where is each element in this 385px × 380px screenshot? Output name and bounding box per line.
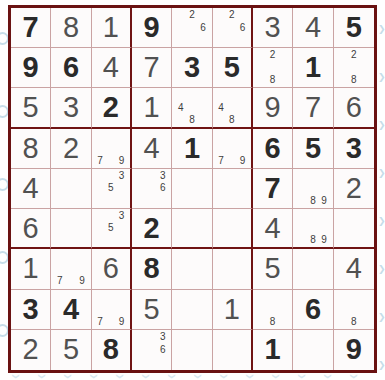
pencil-mark-9: 9 xyxy=(116,315,127,327)
cell-r2c1[interactable]: 9 xyxy=(11,48,51,88)
cell-r2c4[interactable]: 7 xyxy=(132,48,172,88)
cell-r7c4[interactable]: 8 xyxy=(132,249,172,289)
solved-digit: 3 xyxy=(346,134,362,163)
cell-r1c1[interactable]: 7 xyxy=(11,8,51,48)
solved-digit: 1 xyxy=(305,53,321,82)
cell-r6c6[interactable] xyxy=(213,209,253,249)
given-digit: 8 xyxy=(63,13,79,42)
cell-r3c8[interactable]: 7 xyxy=(293,88,333,128)
cell-r6c3[interactable]: 35 xyxy=(92,209,132,249)
solved-digit: 9 xyxy=(144,13,160,42)
given-digit: 2 xyxy=(346,174,362,203)
cell-r8c7[interactable]: 8 xyxy=(253,290,293,330)
solved-digit: 2 xyxy=(144,214,160,243)
cell-r7c2[interactable]: 79 xyxy=(51,249,91,289)
given-digit: 5 xyxy=(144,295,160,324)
pencil-mark-4: 4 xyxy=(175,102,186,114)
cell-r9c6[interactable] xyxy=(213,330,253,370)
cell-r3c5[interactable]: 48 xyxy=(172,88,212,128)
solved-digit: 3 xyxy=(184,53,200,82)
pencil-marks: 8 xyxy=(337,291,371,328)
cell-r5c2[interactable] xyxy=(51,169,91,209)
pencil-marks: 89 xyxy=(296,210,329,246)
pencil-mark-8: 8 xyxy=(226,114,237,126)
background-chevron-decoration: ❯ xyxy=(117,374,124,380)
cell-r9c8[interactable] xyxy=(293,330,333,370)
pencil-mark-2: 2 xyxy=(226,9,237,21)
pencil-marks: 26 xyxy=(216,9,248,46)
given-digit: 6 xyxy=(103,254,119,283)
given-digit: 4 xyxy=(265,214,281,243)
cell-r8c3[interactable]: 79 xyxy=(92,290,132,330)
solved-digit: 5 xyxy=(224,53,240,82)
background-chevron-decoration: ❯ xyxy=(39,374,46,380)
given-digit: 1 xyxy=(23,254,39,283)
given-digit: 8 xyxy=(23,134,39,163)
background-chevron-decoration: ❯ xyxy=(299,374,306,380)
solved-digit: 3 xyxy=(23,295,39,324)
pencil-mark-7: 7 xyxy=(54,275,65,287)
given-digit: 7 xyxy=(144,53,160,82)
cell-r9c9[interactable]: 9 xyxy=(334,330,374,370)
cell-r5c6[interactable] xyxy=(213,169,253,209)
pencil-mark-3: 3 xyxy=(157,331,168,344)
solved-digit: 1 xyxy=(265,335,281,364)
pencil-marks: 89 xyxy=(296,170,329,207)
cell-r6c1[interactable]: 6 xyxy=(11,209,51,249)
pencil-mark-8: 8 xyxy=(267,315,278,327)
pencil-mark-5: 5 xyxy=(105,182,116,194)
given-digit: 4 xyxy=(346,254,362,283)
cell-r4c3[interactable]: 79 xyxy=(92,129,132,169)
sudoku-board: 7819262634596473528128532148489768279417… xyxy=(8,5,377,373)
pencil-mark-8: 8 xyxy=(348,74,359,86)
cell-r3c6[interactable]: 48 xyxy=(213,88,253,128)
background-chevron-decoration: ❯ xyxy=(378,169,385,178)
pencil-mark-3: 3 xyxy=(116,170,127,182)
cell-r5c5[interactable] xyxy=(172,169,212,209)
pencil-mark-8: 8 xyxy=(348,315,359,327)
given-digit: 2 xyxy=(23,335,39,364)
cell-r6c8[interactable]: 89 xyxy=(293,209,333,249)
cell-r6c7[interactable]: 4 xyxy=(253,209,293,249)
cell-r3c9[interactable]: 6 xyxy=(334,88,374,128)
pencil-marks: 48 xyxy=(216,89,248,125)
solved-digit: 4 xyxy=(63,295,79,324)
given-digit: 5 xyxy=(265,254,281,283)
pencil-mark-7: 7 xyxy=(216,154,227,166)
cell-r1c5[interactable]: 26 xyxy=(172,8,212,48)
solved-digit: 6 xyxy=(305,295,321,324)
pencil-mark-7: 7 xyxy=(95,154,106,166)
given-digit: 3 xyxy=(63,93,79,122)
cell-r9c1[interactable]: 2 xyxy=(11,330,51,370)
solved-digit: 5 xyxy=(305,134,321,163)
cell-r4c1[interactable]: 8 xyxy=(11,129,51,169)
cell-r7c9[interactable]: 4 xyxy=(334,249,374,289)
given-digit: 1 xyxy=(103,13,119,42)
cell-r4c7[interactable]: 6 xyxy=(253,129,293,169)
background-chevron-decoration: ❯ xyxy=(143,374,150,380)
pencil-mark-9: 9 xyxy=(237,154,248,166)
cell-r7c1[interactable]: 1 xyxy=(11,249,51,289)
solved-digit: 7 xyxy=(23,13,39,42)
given-digit: 2 xyxy=(63,134,79,163)
cell-r1c8[interactable]: 4 xyxy=(293,8,333,48)
solved-digit: 7 xyxy=(265,174,281,203)
pencil-mark-2: 2 xyxy=(348,49,359,61)
cell-r4c2[interactable]: 2 xyxy=(51,129,91,169)
cell-r5c8[interactable]: 89 xyxy=(293,169,333,209)
pencil-mark-9: 9 xyxy=(116,154,127,166)
background-chevron-decoration: ❯ xyxy=(378,73,385,82)
given-digit: 9 xyxy=(265,93,281,122)
cell-r6c2[interactable] xyxy=(51,209,91,249)
cell-r7c5[interactable] xyxy=(172,249,212,289)
cell-r9c5[interactable] xyxy=(172,330,212,370)
background-chevron-decoration: ❯ xyxy=(221,374,228,380)
pencil-mark-6: 6 xyxy=(237,21,248,33)
pencil-marks: 79 xyxy=(54,250,87,287)
cell-r2c9[interactable]: 28 xyxy=(334,48,374,88)
background-chevron-decoration: ❯ xyxy=(247,374,254,380)
given-digit: 6 xyxy=(346,93,362,122)
cell-r8c6[interactable]: 1 xyxy=(213,290,253,330)
pencil-mark-9: 9 xyxy=(319,234,330,246)
cell-r2c3[interactable]: 4 xyxy=(92,48,132,88)
background-chevron-decoration: ❯ xyxy=(378,361,385,370)
cell-r2c8[interactable]: 1 xyxy=(293,48,333,88)
pencil-marks: 28 xyxy=(256,49,289,86)
cell-r4c9[interactable]: 3 xyxy=(334,129,374,169)
cell-r1c9[interactable]: 5 xyxy=(334,8,374,48)
pencil-marks: 35 xyxy=(95,170,127,207)
cell-r4c8[interactable]: 5 xyxy=(293,129,333,169)
given-digit: 1 xyxy=(144,93,160,122)
given-digit: 5 xyxy=(63,335,79,364)
solved-digit: 9 xyxy=(23,53,39,82)
background-chevron-decoration: ❯ xyxy=(378,313,385,322)
cell-r5c1[interactable]: 4 xyxy=(11,169,51,209)
pencil-marks: 79 xyxy=(216,130,248,167)
background-chevron-decoration: ❯ xyxy=(273,374,280,380)
background-chevron-decoration: ❯ xyxy=(325,374,332,380)
pencil-marks: 36 xyxy=(135,170,168,207)
cell-r5c4[interactable]: 36 xyxy=(132,169,172,209)
pencil-marks: 26 xyxy=(175,9,208,46)
given-digit: 4 xyxy=(103,53,119,82)
cell-r8c9[interactable]: 8 xyxy=(334,290,374,330)
pencil-mark-6: 6 xyxy=(198,21,209,33)
cell-r8c4[interactable]: 5 xyxy=(132,290,172,330)
background-chevron-decoration: ❯ xyxy=(169,374,176,380)
cell-r3c2[interactable]: 3 xyxy=(51,88,91,128)
background-chevron-decoration: ❯ xyxy=(378,265,385,274)
background-chevron-decoration: ❯ xyxy=(378,217,385,226)
pencil-marks: 35 xyxy=(95,210,127,246)
pencil-mark-7: 7 xyxy=(95,315,106,327)
pencil-mark-4: 4 xyxy=(216,102,227,114)
cell-r5c9[interactable]: 2 xyxy=(334,169,374,209)
solved-digit: 1 xyxy=(184,134,200,163)
pencil-mark-3: 3 xyxy=(157,170,168,182)
given-digit: 6 xyxy=(23,214,39,243)
given-digit: 4 xyxy=(144,134,160,163)
pencil-mark-6: 6 xyxy=(157,344,168,357)
cell-r6c4[interactable]: 2 xyxy=(132,209,172,249)
cell-r7c7[interactable]: 5 xyxy=(253,249,293,289)
cell-r7c3[interactable]: 6 xyxy=(92,249,132,289)
cell-r6c5[interactable] xyxy=(172,209,212,249)
background-chevron-decoration: ❯ xyxy=(351,374,358,380)
given-digit: 7 xyxy=(305,93,321,122)
pencil-mark-9: 9 xyxy=(319,195,330,207)
pencil-mark-8: 8 xyxy=(307,195,318,207)
cell-r8c5[interactable] xyxy=(172,290,212,330)
cell-r1c7[interactable]: 3 xyxy=(253,8,293,48)
cell-r1c2[interactable]: 8 xyxy=(51,8,91,48)
cell-r4c4[interactable]: 4 xyxy=(132,129,172,169)
solved-digit: 8 xyxy=(103,335,119,364)
background-chevron-decoration: ❯ xyxy=(195,374,202,380)
cell-r5c3[interactable]: 35 xyxy=(92,169,132,209)
pencil-marks: 36 xyxy=(135,331,168,369)
cell-r8c8[interactable]: 6 xyxy=(293,290,333,330)
given-digit: 1 xyxy=(224,295,240,324)
pencil-marks: 28 xyxy=(337,49,371,86)
cell-r1c3[interactable]: 1 xyxy=(92,8,132,48)
cell-r3c4[interactable]: 1 xyxy=(132,88,172,128)
cell-r8c1[interactable]: 3 xyxy=(11,290,51,330)
cell-r3c3[interactable]: 2 xyxy=(92,88,132,128)
background-chevron-decoration: ❯ xyxy=(65,374,72,380)
given-digit: 4 xyxy=(23,174,39,203)
solved-digit: 6 xyxy=(265,134,281,163)
pencil-marks: 79 xyxy=(95,291,127,328)
pencil-mark-8: 8 xyxy=(267,74,278,86)
cell-r7c8[interactable] xyxy=(293,249,333,289)
pencil-marks: 79 xyxy=(95,130,127,167)
pencil-mark-8: 8 xyxy=(307,234,318,246)
pencil-mark-2: 2 xyxy=(186,9,197,21)
pencil-marks: 8 xyxy=(256,291,289,328)
cell-r2c6[interactable]: 5 xyxy=(213,48,253,88)
given-digit: 3 xyxy=(265,13,281,42)
cell-r9c2[interactable]: 5 xyxy=(51,330,91,370)
given-digit: 5 xyxy=(23,93,39,122)
given-digit: 4 xyxy=(305,13,321,42)
cell-r5c7[interactable]: 7 xyxy=(253,169,293,209)
cell-r1c6[interactable]: 26 xyxy=(213,8,253,48)
cell-r4c6[interactable]: 79 xyxy=(213,129,253,169)
cell-r1c4[interactable]: 9 xyxy=(132,8,172,48)
solved-digit: 6 xyxy=(63,53,79,82)
pencil-marks: 48 xyxy=(175,89,208,125)
cell-r9c7[interactable]: 1 xyxy=(253,330,293,370)
background-chevron-decoration: ❯ xyxy=(13,374,20,380)
background-chevron-decoration: ❯ xyxy=(378,25,385,34)
cell-r4c5[interactable]: 1 xyxy=(172,129,212,169)
cell-r3c7[interactable]: 9 xyxy=(253,88,293,128)
cell-r8c2[interactable]: 4 xyxy=(51,290,91,330)
solved-digit: 8 xyxy=(144,254,160,283)
cell-r6c9[interactable] xyxy=(334,209,374,249)
pencil-mark-3: 3 xyxy=(116,210,127,222)
pencil-mark-9: 9 xyxy=(77,275,88,287)
cell-r3c1[interactable]: 5 xyxy=(11,88,51,128)
pencil-mark-8: 8 xyxy=(186,114,197,126)
background-chevron-decoration: ❯ xyxy=(91,374,98,380)
cell-r7c6[interactable] xyxy=(213,249,253,289)
pencil-mark-2: 2 xyxy=(267,49,278,61)
cell-r9c4[interactable]: 36 xyxy=(132,330,172,370)
cell-r2c5[interactable]: 3 xyxy=(172,48,212,88)
pencil-mark-6: 6 xyxy=(157,182,168,194)
cell-r2c2[interactable]: 6 xyxy=(51,48,91,88)
background-chevron-decoration: ❯ xyxy=(378,121,385,130)
solved-digit: 9 xyxy=(346,335,362,364)
pencil-mark-5: 5 xyxy=(105,222,116,234)
cell-r9c3[interactable]: 8 xyxy=(92,330,132,370)
solved-digit: 5 xyxy=(346,13,362,42)
cell-r2c7[interactable]: 28 xyxy=(253,48,293,88)
solved-digit: 2 xyxy=(103,93,119,122)
